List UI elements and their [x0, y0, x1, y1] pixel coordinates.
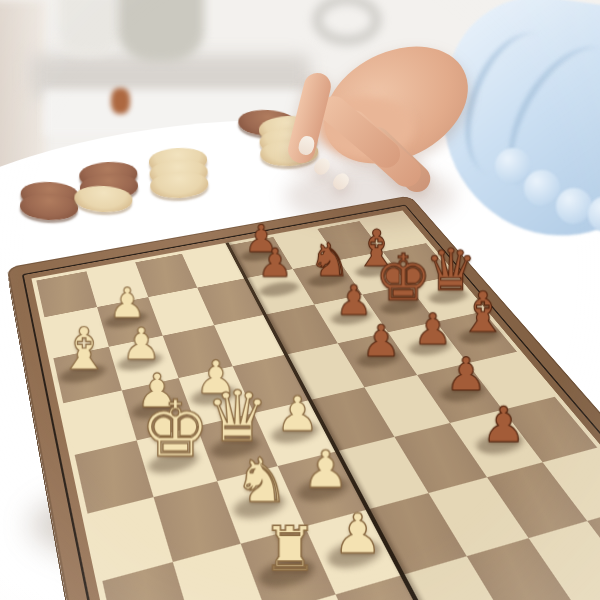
index-nail	[311, 155, 332, 177]
hand	[0, 0, 600, 600]
middle-nail	[330, 170, 352, 192]
photo-canvas: ♛♝♝♚♟♟♟♞♟♟♟♟♟♟♟♟♛♞♜♟♟♟♚♝	[0, 0, 600, 600]
